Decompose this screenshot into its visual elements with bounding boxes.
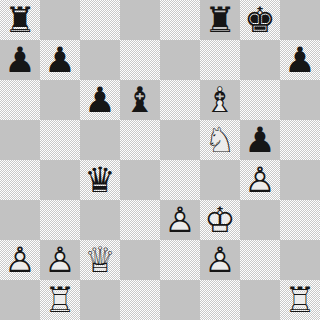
square-d5[interactable] [120, 120, 160, 160]
square-g4[interactable]: ♟♙ [240, 160, 280, 200]
piece-white-rook: ♖ [40, 280, 80, 320]
square-c8[interactable] [80, 0, 120, 40]
square-h7[interactable]: ♟ [280, 40, 320, 80]
square-c3[interactable] [80, 200, 120, 240]
square-g3[interactable] [240, 200, 280, 240]
piece-black-pawn: ♟ [80, 80, 120, 120]
piece-black-king: ♚ [240, 0, 280, 40]
square-f3[interactable]: ♚♔ [200, 200, 240, 240]
square-f6[interactable]: ♝♗ [200, 80, 240, 120]
square-d3[interactable] [120, 200, 160, 240]
square-b7[interactable]: ♟ [40, 40, 80, 80]
square-h3[interactable] [280, 200, 320, 240]
piece-black-pawn: ♟ [40, 40, 80, 80]
square-e7[interactable] [160, 40, 200, 80]
square-e6[interactable] [160, 80, 200, 120]
square-f4[interactable] [200, 160, 240, 200]
square-h5[interactable] [280, 120, 320, 160]
piece-white-king-fill: ♚ [200, 200, 240, 240]
square-g8[interactable]: ♚ [240, 0, 280, 40]
square-a3[interactable] [0, 200, 40, 240]
piece-white-pawn: ♙ [240, 160, 280, 200]
square-e4[interactable] [160, 160, 200, 200]
square-g7[interactable] [240, 40, 280, 80]
square-d6[interactable]: ♝ [120, 80, 160, 120]
square-b5[interactable] [40, 120, 80, 160]
square-g5[interactable]: ♟ [240, 120, 280, 160]
square-a7[interactable]: ♟ [0, 40, 40, 80]
piece-black-bishop: ♝ [120, 80, 160, 120]
piece-white-queen-fill: ♛ [80, 240, 120, 280]
piece-white-pawn-fill: ♟ [40, 240, 80, 280]
square-g6[interactable] [240, 80, 280, 120]
square-b8[interactable] [40, 0, 80, 40]
piece-black-pawn: ♟ [0, 40, 40, 80]
piece-white-pawn: ♙ [40, 240, 80, 280]
piece-white-rook-fill: ♜ [40, 280, 80, 320]
square-b2[interactable]: ♟♙ [40, 240, 80, 280]
square-a6[interactable] [0, 80, 40, 120]
square-f7[interactable] [200, 40, 240, 80]
square-b3[interactable] [40, 200, 80, 240]
square-f8[interactable]: ♜ [200, 0, 240, 40]
square-c7[interactable] [80, 40, 120, 80]
square-b1[interactable]: ♜♖ [40, 280, 80, 320]
square-c2[interactable]: ♛♕ [80, 240, 120, 280]
square-g1[interactable] [240, 280, 280, 320]
piece-white-bishop-fill: ♝ [200, 80, 240, 120]
piece-white-bishop: ♗ [200, 80, 240, 120]
piece-white-knight: ♘ [200, 120, 240, 160]
square-a4[interactable] [0, 160, 40, 200]
piece-white-rook-fill: ♜ [280, 280, 320, 320]
square-a5[interactable] [0, 120, 40, 160]
square-h6[interactable] [280, 80, 320, 120]
square-e8[interactable] [160, 0, 200, 40]
piece-black-pawn: ♟ [240, 120, 280, 160]
piece-black-rook: ♜ [200, 0, 240, 40]
square-e1[interactable] [160, 280, 200, 320]
square-h8[interactable] [280, 0, 320, 40]
piece-white-pawn: ♙ [0, 240, 40, 280]
piece-white-knight-fill: ♞ [200, 120, 240, 160]
square-e2[interactable] [160, 240, 200, 280]
piece-white-pawn: ♙ [160, 200, 200, 240]
square-d8[interactable] [120, 0, 160, 40]
piece-white-queen: ♕ [80, 240, 120, 280]
square-d1[interactable] [120, 280, 160, 320]
square-c4[interactable]: ♛ [80, 160, 120, 200]
square-d7[interactable] [120, 40, 160, 80]
piece-white-pawn-fill: ♟ [160, 200, 200, 240]
square-a2[interactable]: ♟♙ [0, 240, 40, 280]
piece-black-pawn: ♟ [280, 40, 320, 80]
square-c1[interactable] [80, 280, 120, 320]
square-h1[interactable]: ♜♖ [280, 280, 320, 320]
piece-white-pawn: ♙ [200, 240, 240, 280]
square-b6[interactable] [40, 80, 80, 120]
square-f5[interactable]: ♞♘ [200, 120, 240, 160]
square-f2[interactable]: ♟♙ [200, 240, 240, 280]
square-h2[interactable] [280, 240, 320, 280]
piece-white-pawn-fill: ♟ [200, 240, 240, 280]
square-h4[interactable] [280, 160, 320, 200]
square-b4[interactable] [40, 160, 80, 200]
square-a8[interactable]: ♜ [0, 0, 40, 40]
piece-white-pawn-fill: ♟ [0, 240, 40, 280]
piece-black-rook: ♜ [0, 0, 40, 40]
square-c6[interactable]: ♟ [80, 80, 120, 120]
square-a1[interactable] [0, 280, 40, 320]
square-e3[interactable]: ♟♙ [160, 200, 200, 240]
square-d2[interactable] [120, 240, 160, 280]
piece-white-rook: ♖ [280, 280, 320, 320]
piece-white-king: ♔ [200, 200, 240, 240]
square-g2[interactable] [240, 240, 280, 280]
piece-white-pawn-fill: ♟ [240, 160, 280, 200]
square-c5[interactable] [80, 120, 120, 160]
square-e5[interactable] [160, 120, 200, 160]
square-d4[interactable] [120, 160, 160, 200]
square-f1[interactable] [200, 280, 240, 320]
piece-black-queen: ♛ [80, 160, 120, 200]
chess-board: ♜♜♚♟♟♟♟♝♝♗♞♘♟♛♟♙♟♙♚♔♟♙♟♙♛♕♟♙♜♖♜♖ [0, 0, 320, 320]
